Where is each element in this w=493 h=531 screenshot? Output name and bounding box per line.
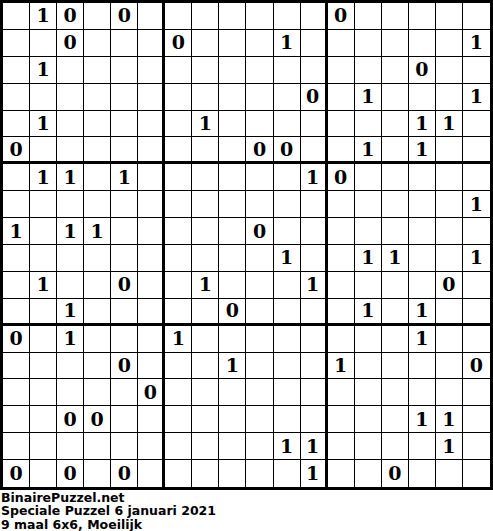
cell-r4-c5[interactable]: [111, 84, 138, 111]
cell-r11-c16[interactable]: [409, 272, 436, 299]
cell-r11-c6[interactable]: [138, 272, 165, 299]
cell-r17-c5[interactable]: [111, 433, 138, 460]
cell-r9-c18[interactable]: [463, 218, 490, 245]
cell-r17-c12: 1: [301, 433, 328, 460]
cell-r18-c13[interactable]: [328, 460, 355, 487]
cell-r5-c17: 1: [436, 111, 463, 138]
cell-r15-c14[interactable]: [355, 379, 382, 406]
cell-r5-c7[interactable]: [165, 111, 192, 138]
cell-r11-c14[interactable]: [355, 272, 382, 299]
cell-r17-c14[interactable]: [355, 433, 382, 460]
cell-r2-c17[interactable]: [436, 30, 463, 57]
cell-r18-c10[interactable]: [246, 460, 273, 487]
cell-r9-c7[interactable]: [165, 218, 192, 245]
cell-r5-c9[interactable]: [219, 111, 246, 138]
cell-r14-c15[interactable]: [382, 353, 409, 380]
cell-r18-c15: 0: [382, 460, 409, 487]
cell-r1-c16[interactable]: [409, 3, 436, 30]
cell-r15-c1[interactable]: [3, 379, 30, 406]
cell-r10-c15: 1: [382, 245, 409, 272]
cell-r7-c15[interactable]: [382, 164, 409, 191]
cell-r6-c12[interactable]: [301, 137, 328, 164]
cell-r17-c8[interactable]: [192, 433, 219, 460]
cell-r13-c18[interactable]: [463, 326, 490, 353]
cell-r8-c3[interactable]: [57, 191, 84, 218]
cell-r18-c8[interactable]: [192, 460, 219, 487]
cell-r7-c17[interactable]: [436, 164, 463, 191]
cell-r3-c12[interactable]: [301, 57, 328, 84]
cell-r7-c14[interactable]: [355, 164, 382, 191]
cell-r12-c15[interactable]: [382, 299, 409, 326]
cell-r12-c12[interactable]: [301, 299, 328, 326]
cell-r11-c15[interactable]: [382, 272, 409, 299]
cell-r17-c6[interactable]: [138, 433, 165, 460]
cell-r18-c9[interactable]: [219, 460, 246, 487]
cell-r4-c17[interactable]: [436, 84, 463, 111]
cell-r14-c7[interactable]: [165, 353, 192, 380]
cell-r11-c1[interactable]: [3, 272, 30, 299]
cell-r10-c2[interactable]: [30, 245, 57, 272]
cell-r2-c7: 0: [165, 30, 192, 57]
cell-r8-c11[interactable]: [274, 191, 301, 218]
cell-r3-c7[interactable]: [165, 57, 192, 84]
cell-r12-c2[interactable]: [30, 299, 57, 326]
cell-r5-c15[interactable]: [382, 111, 409, 138]
cell-r5-c13[interactable]: [328, 111, 355, 138]
cell-r14-c6[interactable]: [138, 353, 165, 380]
cell-r1-c11[interactable]: [274, 3, 301, 30]
cell-r18-c7[interactable]: [165, 460, 192, 487]
cell-r7-c1[interactable]: [3, 164, 30, 191]
cell-r5-c1[interactable]: [3, 111, 30, 138]
cell-r14-c13: 1: [328, 353, 355, 380]
cell-r17-c15[interactable]: [382, 433, 409, 460]
cell-r16-c12[interactable]: [301, 406, 328, 433]
cell-r5-c14[interactable]: [355, 111, 382, 138]
cell-r14-c3[interactable]: [57, 353, 84, 380]
cell-r17-c2[interactable]: [30, 433, 57, 460]
cell-r9-c15[interactable]: [382, 218, 409, 245]
cell-r17-c11: 1: [274, 433, 301, 460]
cell-r16-c4: 0: [84, 406, 111, 433]
cell-r9-c11[interactable]: [274, 218, 301, 245]
cell-r16-c13[interactable]: [328, 406, 355, 433]
cell-r8-c5[interactable]: [111, 191, 138, 218]
cell-r14-c11[interactable]: [274, 353, 301, 380]
cell-r13-c13[interactable]: [328, 326, 355, 353]
cell-r15-c11[interactable]: [274, 379, 301, 406]
cell-r6-c18[interactable]: [463, 137, 490, 164]
cell-r4-c2[interactable]: [30, 84, 57, 111]
cell-r16-c14[interactable]: [355, 406, 382, 433]
cell-r3-c16: 0: [409, 57, 436, 84]
cell-r10-c9[interactable]: [219, 245, 246, 272]
cell-r8-c14[interactable]: [355, 191, 382, 218]
cell-r3-c10[interactable]: [246, 57, 273, 84]
footer: BinairePuzzel.net Speciale Puzzel 6 janu…: [0, 490, 493, 531]
cell-r13-c10[interactable]: [246, 326, 273, 353]
cell-r8-c13[interactable]: [328, 191, 355, 218]
cell-r16-c10[interactable]: [246, 406, 273, 433]
cell-r16-c1[interactable]: [3, 406, 30, 433]
cell-r15-c18[interactable]: [463, 379, 490, 406]
cell-r16-c17: 1: [436, 406, 463, 433]
cell-r7-c4[interactable]: [84, 164, 111, 191]
cell-r9-c5[interactable]: [111, 218, 138, 245]
cell-r7-c2: 1: [30, 164, 57, 191]
cell-r8-c10[interactable]: [246, 191, 273, 218]
cell-r15-c15[interactable]: [382, 379, 409, 406]
cell-r18-c2[interactable]: [30, 460, 57, 487]
cell-r3-c11[interactable]: [274, 57, 301, 84]
cell-r10-c16[interactable]: [409, 245, 436, 272]
cell-r11-c9[interactable]: [219, 272, 246, 299]
cell-r3-c13[interactable]: [328, 57, 355, 84]
cell-r4-c1[interactable]: [3, 84, 30, 111]
cell-r16-c9[interactable]: [219, 406, 246, 433]
cell-r6-c6[interactable]: [138, 137, 165, 164]
cell-r12-c13[interactable]: [328, 299, 355, 326]
cell-r1-c17[interactable]: [436, 3, 463, 30]
cell-r14-c10[interactable]: [246, 353, 273, 380]
cell-r6-c9[interactable]: [219, 137, 246, 164]
cell-r4-c12: 0: [301, 84, 328, 111]
cell-r2-c8[interactable]: [192, 30, 219, 57]
cell-r3-c15[interactable]: [382, 57, 409, 84]
cell-r8-c2[interactable]: [30, 191, 57, 218]
cell-r1-c8[interactable]: [192, 3, 219, 30]
cell-r18-c11[interactable]: [274, 460, 301, 487]
cell-r1-c6[interactable]: [138, 3, 165, 30]
cell-r6-c3[interactable]: [57, 137, 84, 164]
cell-r13-c2[interactable]: [30, 326, 57, 353]
cell-r9-c17[interactable]: [436, 218, 463, 245]
cell-r14-c17[interactable]: [436, 353, 463, 380]
cell-r11-c13[interactable]: [328, 272, 355, 299]
cell-r15-c6: 0: [138, 379, 165, 406]
cell-r1-c2: 1: [30, 3, 57, 30]
cell-r3-c9[interactable]: [219, 57, 246, 84]
cell-r10-c18: 1: [463, 245, 490, 272]
cell-r7-c8[interactable]: [192, 164, 219, 191]
cell-r1-c7[interactable]: [165, 3, 192, 30]
cell-r4-c3[interactable]: [57, 84, 84, 111]
cell-r8-c12[interactable]: [301, 191, 328, 218]
cell-r17-c7[interactable]: [165, 433, 192, 460]
cell-r12-c16: 1: [409, 299, 436, 326]
cell-r13-c14[interactable]: [355, 326, 382, 353]
cell-r12-c10[interactable]: [246, 299, 273, 326]
cell-r3-c1[interactable]: [3, 57, 30, 84]
cell-r14-c8[interactable]: [192, 353, 219, 380]
cell-r7-c6[interactable]: [138, 164, 165, 191]
cell-r3-c17[interactable]: [436, 57, 463, 84]
cell-r18-c6[interactable]: [138, 460, 165, 487]
cell-r16-c2[interactable]: [30, 406, 57, 433]
cell-r5-c12[interactable]: [301, 111, 328, 138]
cell-r8-c8[interactable]: [192, 191, 219, 218]
cell-r17-c3[interactable]: [57, 433, 84, 460]
cell-r7-c7[interactable]: [165, 164, 192, 191]
cell-r5-c11[interactable]: [274, 111, 301, 138]
cell-r2-c18: 1: [463, 30, 490, 57]
cell-r15-c16[interactable]: [409, 379, 436, 406]
cell-r6-c2[interactable]: [30, 137, 57, 164]
cell-r2-c15[interactable]: [382, 30, 409, 57]
cell-r15-c12[interactable]: [301, 379, 328, 406]
cell-r13-c11[interactable]: [274, 326, 301, 353]
cell-r10-c11: 1: [274, 245, 301, 272]
cell-r7-c13: 0: [328, 164, 355, 191]
cell-r1-c12[interactable]: [301, 3, 328, 30]
cell-r12-c18[interactable]: [463, 299, 490, 326]
puzzle-board: 1000001110011111100011111101111011111011…: [0, 0, 493, 490]
cell-r11-c10[interactable]: [246, 272, 273, 299]
cell-r13-c4[interactable]: [84, 326, 111, 353]
cell-r2-c5[interactable]: [111, 30, 138, 57]
cell-r18-c17[interactable]: [436, 460, 463, 487]
cell-r15-c7[interactable]: [165, 379, 192, 406]
cell-r9-c12[interactable]: [301, 218, 328, 245]
cell-r4-c7[interactable]: [165, 84, 192, 111]
cell-r9-c8[interactable]: [192, 218, 219, 245]
cell-r8-c16[interactable]: [409, 191, 436, 218]
cell-r14-c12[interactable]: [301, 353, 328, 380]
cell-r3-c4[interactable]: [84, 57, 111, 84]
cell-r12-c9: 0: [219, 299, 246, 326]
cell-r6-c15[interactable]: [382, 137, 409, 164]
cell-r18-c4[interactable]: [84, 460, 111, 487]
cell-r1-c10[interactable]: [246, 3, 273, 30]
cell-r15-c3[interactable]: [57, 379, 84, 406]
cell-r4-c18: 1: [463, 84, 490, 111]
cell-r2-c9[interactable]: [219, 30, 246, 57]
cell-r2-c3: 0: [57, 30, 84, 57]
cell-r14-c4[interactable]: [84, 353, 111, 380]
cell-r3-c6[interactable]: [138, 57, 165, 84]
cell-r10-c6[interactable]: [138, 245, 165, 272]
cell-r11-c4[interactable]: [84, 272, 111, 299]
cell-r5-c8: 1: [192, 111, 219, 138]
cell-r4-c16[interactable]: [409, 84, 436, 111]
cell-r17-c10[interactable]: [246, 433, 273, 460]
cell-r14-c9: 1: [219, 353, 246, 380]
cell-r16-c18[interactable]: [463, 406, 490, 433]
cell-r18-c12: 1: [301, 460, 328, 487]
cell-r10-c4[interactable]: [84, 245, 111, 272]
cell-r9-c1: 1: [3, 218, 30, 245]
cell-r15-c17[interactable]: [436, 379, 463, 406]
cell-r9-c6[interactable]: [138, 218, 165, 245]
cell-r6-c4[interactable]: [84, 137, 111, 164]
cell-r15-c10[interactable]: [246, 379, 273, 406]
cell-r3-c18[interactable]: [463, 57, 490, 84]
cell-r12-c4[interactable]: [84, 299, 111, 326]
cell-r8-c4[interactable]: [84, 191, 111, 218]
cell-r17-c18[interactable]: [463, 433, 490, 460]
cell-r6-c17[interactable]: [436, 137, 463, 164]
cell-r6-c8[interactable]: [192, 137, 219, 164]
cell-r3-c5[interactable]: [111, 57, 138, 84]
cell-r17-c4[interactable]: [84, 433, 111, 460]
cell-r8-c1[interactable]: [3, 191, 30, 218]
cell-r14-c16[interactable]: [409, 353, 436, 380]
cell-r10-c5[interactable]: [111, 245, 138, 272]
cell-r5-c10[interactable]: [246, 111, 273, 138]
cell-r12-c7[interactable]: [165, 299, 192, 326]
cell-r5-c18[interactable]: [463, 111, 490, 138]
cell-r2-c6[interactable]: [138, 30, 165, 57]
cell-r12-c1[interactable]: [3, 299, 30, 326]
cell-r11-c11[interactable]: [274, 272, 301, 299]
puzzle-info: 9 maal 6x6, Moeilijk: [1, 518, 493, 531]
cell-r13-c7: 1: [165, 326, 192, 353]
cell-r2-c10[interactable]: [246, 30, 273, 57]
cell-r15-c4[interactable]: [84, 379, 111, 406]
cell-r16-c5[interactable]: [111, 406, 138, 433]
cell-r10-c14: 1: [355, 245, 382, 272]
cell-r17-c13[interactable]: [328, 433, 355, 460]
cell-r13-c8[interactable]: [192, 326, 219, 353]
puzzle-title: Speciale Puzzel 6 januari 2021: [1, 504, 493, 517]
cell-r16-c11[interactable]: [274, 406, 301, 433]
cell-r13-c6[interactable]: [138, 326, 165, 353]
cell-r2-c14[interactable]: [355, 30, 382, 57]
cell-r15-c13[interactable]: [328, 379, 355, 406]
cell-r12-c5[interactable]: [111, 299, 138, 326]
cell-r13-c16: 1: [409, 326, 436, 353]
cell-r1-c14[interactable]: [355, 3, 382, 30]
cell-r2-c13[interactable]: [328, 30, 355, 57]
cell-r2-c12[interactable]: [301, 30, 328, 57]
site-title: BinairePuzzel.net: [1, 491, 493, 504]
cell-r9-c2[interactable]: [30, 218, 57, 245]
cell-r10-c1[interactable]: [3, 245, 30, 272]
cell-r18-c14[interactable]: [355, 460, 382, 487]
cell-r7-c18[interactable]: [463, 164, 490, 191]
cell-r7-c10[interactable]: [246, 164, 273, 191]
cell-r17-c16[interactable]: [409, 433, 436, 460]
cell-r4-c10[interactable]: [246, 84, 273, 111]
cell-r8-c17[interactable]: [436, 191, 463, 218]
cell-r10-c3[interactable]: [57, 245, 84, 272]
cell-r4-c6[interactable]: [138, 84, 165, 111]
cell-r13-c9[interactable]: [219, 326, 246, 353]
cell-r14-c1[interactable]: [3, 353, 30, 380]
cell-r3-c8[interactable]: [192, 57, 219, 84]
cell-r12-c17[interactable]: [436, 299, 463, 326]
cell-r4-c15[interactable]: [382, 84, 409, 111]
cell-r8-c7[interactable]: [165, 191, 192, 218]
cell-r7-c16[interactable]: [409, 164, 436, 191]
cell-r13-c5[interactable]: [111, 326, 138, 353]
cell-r9-c14[interactable]: [355, 218, 382, 245]
cell-r8-c15[interactable]: [382, 191, 409, 218]
cell-r16-c8[interactable]: [192, 406, 219, 433]
cell-r5-c5[interactable]: [111, 111, 138, 138]
cell-r1-c18[interactable]: [463, 3, 490, 30]
cell-r12-c6[interactable]: [138, 299, 165, 326]
cell-r16-c15[interactable]: [382, 406, 409, 433]
cell-r12-c8[interactable]: [192, 299, 219, 326]
cell-r4-c13[interactable]: [328, 84, 355, 111]
cell-r5-c16: 1: [409, 111, 436, 138]
cell-r15-c9[interactable]: [219, 379, 246, 406]
cell-r14-c14[interactable]: [355, 353, 382, 380]
cell-r13-c12[interactable]: [301, 326, 328, 353]
cell-r5-c3[interactable]: [57, 111, 84, 138]
cell-r2-c1[interactable]: [3, 30, 30, 57]
cell-r6-c7[interactable]: [165, 137, 192, 164]
cell-r6-c5[interactable]: [111, 137, 138, 164]
cell-r1-c9[interactable]: [219, 3, 246, 30]
cell-r5-c4[interactable]: [84, 111, 111, 138]
cell-r7-c9[interactable]: [219, 164, 246, 191]
cell-r17-c1[interactable]: [3, 433, 30, 460]
cell-r6-c10: 0: [246, 137, 273, 164]
cell-r4-c11[interactable]: [274, 84, 301, 111]
cell-r13-c3: 1: [57, 326, 84, 353]
cell-r5-c6[interactable]: [138, 111, 165, 138]
cell-r13-c15[interactable]: [382, 326, 409, 353]
cell-r10-c12[interactable]: [301, 245, 328, 272]
cell-r2-c2[interactable]: [30, 30, 57, 57]
cell-r11-c7[interactable]: [165, 272, 192, 299]
cell-r14-c5: 0: [111, 353, 138, 380]
cell-r9-c9[interactable]: [219, 218, 246, 245]
cell-r16-c6[interactable]: [138, 406, 165, 433]
cell-r9-c13[interactable]: [328, 218, 355, 245]
cell-r2-c4[interactable]: [84, 30, 111, 57]
cell-r16-c16: 1: [409, 406, 436, 433]
cell-r15-c2[interactable]: [30, 379, 57, 406]
cell-r14-c2[interactable]: [30, 353, 57, 380]
cell-r4-c8[interactable]: [192, 84, 219, 111]
cell-r6-c13[interactable]: [328, 137, 355, 164]
cell-r1-c1[interactable]: [3, 3, 30, 30]
cell-r12-c11[interactable]: [274, 299, 301, 326]
cell-r10-c7[interactable]: [165, 245, 192, 272]
cell-r11-c5: 0: [111, 272, 138, 299]
cell-r4-c4[interactable]: [84, 84, 111, 111]
cell-r2-c16[interactable]: [409, 30, 436, 57]
cell-r13-c17[interactable]: [436, 326, 463, 353]
cell-r7-c11[interactable]: [274, 164, 301, 191]
cell-r1-c4[interactable]: [84, 3, 111, 30]
page: 1000001110011111100011111101111011111011…: [0, 0, 493, 531]
cell-r10-c13[interactable]: [328, 245, 355, 272]
cell-r10-c8[interactable]: [192, 245, 219, 272]
cell-r11-c3[interactable]: [57, 272, 84, 299]
cell-r17-c9[interactable]: [219, 433, 246, 460]
cell-r18-c16[interactable]: [409, 460, 436, 487]
cell-r10-c10[interactable]: [246, 245, 273, 272]
cell-r18-c18[interactable]: [463, 460, 490, 487]
cell-r4-c9[interactable]: [219, 84, 246, 111]
cell-r15-c5[interactable]: [111, 379, 138, 406]
cell-r10-c17[interactable]: [436, 245, 463, 272]
cell-r16-c7[interactable]: [165, 406, 192, 433]
cell-r15-c8[interactable]: [192, 379, 219, 406]
cell-r9-c16[interactable]: [409, 218, 436, 245]
cell-r3-c3[interactable]: [57, 57, 84, 84]
cell-r8-c6[interactable]: [138, 191, 165, 218]
cell-r8-c9[interactable]: [219, 191, 246, 218]
cell-r1-c15[interactable]: [382, 3, 409, 30]
cell-r11-c18[interactable]: [463, 272, 490, 299]
cell-r3-c14[interactable]: [355, 57, 382, 84]
cell-r5-c2: 1: [30, 111, 57, 138]
